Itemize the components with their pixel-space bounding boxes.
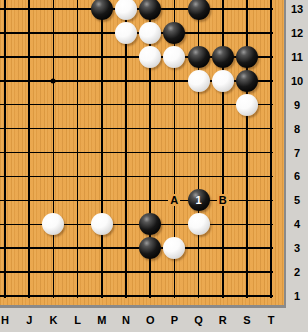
intersection-P5[interactable]: A (162, 188, 186, 212)
intersection-M5[interactable] (90, 188, 114, 212)
intersection-Q1[interactable] (186, 284, 210, 308)
intersection-M11[interactable] (90, 45, 114, 69)
intersection-T4[interactable] (259, 212, 283, 236)
black-stone-R11 (212, 46, 234, 68)
intersection-L7[interactable] (65, 140, 89, 164)
intersection-S6[interactable] (235, 164, 259, 188)
intersection-J5[interactable] (17, 188, 41, 212)
intersection-J12[interactable] (17, 21, 41, 45)
intersection-S1[interactable] (235, 284, 259, 308)
intersection-M9[interactable] (90, 93, 114, 117)
intersection-R12[interactable] (211, 21, 235, 45)
intersection-Q10[interactable] (186, 69, 210, 93)
intersection-R5[interactable]: B (211, 188, 235, 212)
black-stone-Q5: 1 (188, 189, 210, 211)
intersection-P12[interactable] (162, 21, 186, 45)
row-coordinates: 13121110987654321 (286, 0, 308, 332)
intersection-M6[interactable] (90, 164, 114, 188)
intersection-L3[interactable] (65, 236, 89, 260)
intersection-L10[interactable] (65, 69, 89, 93)
row-label-11: 11 (286, 51, 308, 63)
intersection-O9[interactable] (138, 93, 162, 117)
intersection-L9[interactable] (65, 93, 89, 117)
black-stone-Q13 (188, 0, 210, 20)
intersection-R4[interactable] (211, 212, 235, 236)
intersection-L1[interactable] (65, 284, 89, 308)
intersection-S9[interactable] (235, 93, 259, 117)
intersection-P10[interactable] (162, 69, 186, 93)
intersection-T7[interactable] (259, 140, 283, 164)
intersection-K2[interactable] (41, 260, 65, 284)
column-label-H: H (1, 313, 9, 329)
intersection-R13[interactable] (211, 0, 235, 21)
black-stone-Q11 (188, 46, 210, 68)
row-label-1: 1 (286, 290, 308, 302)
intersection-K11[interactable] (41, 45, 65, 69)
intersection-O11[interactable] (138, 45, 162, 69)
intersection-L8[interactable] (65, 117, 89, 141)
intersection-S12[interactable] (235, 21, 259, 45)
intersection-Q5[interactable]: 1 (186, 188, 210, 212)
intersection-Q9[interactable] (186, 93, 210, 117)
intersection-J8[interactable] (17, 117, 41, 141)
intersection-N6[interactable] (114, 164, 138, 188)
intersection-L12[interactable] (65, 21, 89, 45)
intersection-O7[interactable] (138, 140, 162, 164)
intersection-H13[interactable] (0, 0, 17, 21)
intersection-K4[interactable] (41, 212, 65, 236)
black-stone-O3 (139, 237, 161, 259)
column-label-K: K (49, 313, 57, 329)
intersection-M7[interactable] (90, 140, 114, 164)
intersection-S8[interactable] (235, 117, 259, 141)
intersection-O2[interactable] (138, 260, 162, 284)
intersection-P8[interactable] (162, 117, 186, 141)
intersection-H6[interactable] (0, 164, 17, 188)
intersection-H2[interactable] (0, 260, 17, 284)
intersection-M2[interactable] (90, 260, 114, 284)
white-stone-Q4 (188, 213, 210, 235)
intersection-N13[interactable] (114, 0, 138, 21)
intersection-R8[interactable] (211, 117, 235, 141)
intersection-L6[interactable] (65, 164, 89, 188)
intersection-N7[interactable] (114, 140, 138, 164)
intersection-P4[interactable] (162, 212, 186, 236)
intersection-J11[interactable] (17, 45, 41, 69)
intersection-T12[interactable] (259, 21, 283, 45)
intersection-T11[interactable] (259, 45, 283, 69)
intersection-O8[interactable] (138, 117, 162, 141)
row-label-6: 6 (286, 170, 308, 182)
point-label-A: A (168, 194, 180, 206)
point-label-B: B (217, 194, 229, 206)
intersection-L4[interactable] (65, 212, 89, 236)
intersection-K5[interactable] (41, 188, 65, 212)
white-stone-P3 (163, 237, 185, 259)
black-stone-S11 (236, 46, 258, 68)
intersection-H9[interactable] (0, 93, 17, 117)
intersection-Q11[interactable] (186, 45, 210, 69)
row-label-2: 2 (286, 266, 308, 278)
black-stone-O13 (139, 0, 161, 20)
intersection-K1[interactable] (41, 284, 65, 308)
intersection-H3[interactable] (0, 236, 17, 260)
black-stone-M13 (91, 0, 113, 20)
intersection-O10[interactable] (138, 69, 162, 93)
column-label-P: P (171, 313, 178, 329)
intersection-S11[interactable] (235, 45, 259, 69)
black-stone-O4 (139, 213, 161, 235)
intersection-S7[interactable] (235, 140, 259, 164)
row-label-4: 4 (286, 218, 308, 230)
intersections-grid: A1B (0, 0, 283, 308)
intersection-N3[interactable] (114, 236, 138, 260)
column-label-M: M (97, 313, 106, 329)
row-label-5: 5 (286, 194, 308, 206)
intersection-T1[interactable] (259, 284, 283, 308)
intersection-O4[interactable] (138, 212, 162, 236)
intersection-N5[interactable] (114, 188, 138, 212)
white-stone-P11 (163, 46, 185, 68)
intersection-R9[interactable] (211, 93, 235, 117)
intersection-J7[interactable] (17, 140, 41, 164)
intersection-K12[interactable] (41, 21, 65, 45)
intersection-S2[interactable] (235, 260, 259, 284)
column-label-Q: Q (194, 313, 203, 329)
white-stone-K4 (42, 213, 64, 235)
column-label-J: J (26, 313, 32, 329)
intersection-T3[interactable] (259, 236, 283, 260)
intersection-R11[interactable] (211, 45, 235, 69)
intersection-O5[interactable] (138, 188, 162, 212)
intersection-R2[interactable] (211, 260, 235, 284)
white-stone-O12 (139, 22, 161, 44)
row-label-13: 13 (286, 3, 308, 15)
column-label-S: S (243, 313, 250, 329)
intersection-J9[interactable] (17, 93, 41, 117)
intersection-S10[interactable] (235, 69, 259, 93)
intersection-H1[interactable] (0, 284, 17, 308)
intersection-H4[interactable] (0, 212, 17, 236)
white-stone-N12 (115, 22, 137, 44)
intersection-N4[interactable] (114, 212, 138, 236)
intersection-N9[interactable] (114, 93, 138, 117)
intersection-H10[interactable] (0, 69, 17, 93)
intersection-T13[interactable] (259, 0, 283, 21)
column-label-O: O (146, 313, 155, 329)
intersection-L13[interactable] (65, 0, 89, 21)
white-stone-N13 (115, 0, 137, 20)
intersection-Q2[interactable] (186, 260, 210, 284)
go-board[interactable]: A1B (0, 0, 286, 308)
black-stone-S10 (236, 70, 258, 92)
intersection-T5[interactable] (259, 188, 283, 212)
white-stone-R10 (212, 70, 234, 92)
intersection-M4[interactable] (90, 212, 114, 236)
go-diagram-panel: A1B 13121110987654321 HJKLMNOPQRST (0, 0, 308, 332)
intersection-K10[interactable] (41, 69, 65, 93)
intersection-K6[interactable] (41, 164, 65, 188)
intersection-M8[interactable] (90, 117, 114, 141)
intersection-Q4[interactable] (186, 212, 210, 236)
white-stone-Q10 (188, 70, 210, 92)
intersection-O13[interactable] (138, 0, 162, 21)
intersection-Q3[interactable] (186, 236, 210, 260)
white-stone-O11 (139, 46, 161, 68)
intersection-P6[interactable] (162, 164, 186, 188)
intersection-K13[interactable] (41, 0, 65, 21)
intersection-K3[interactable] (41, 236, 65, 260)
intersection-Q12[interactable] (186, 21, 210, 45)
intersection-T10[interactable] (259, 69, 283, 93)
intersection-M13[interactable] (90, 0, 114, 21)
column-label-R: R (219, 313, 227, 329)
intersection-N8[interactable] (114, 117, 138, 141)
intersection-L11[interactable] (65, 45, 89, 69)
column-coordinates: HJKLMNOPQRST (0, 313, 308, 332)
intersection-J2[interactable] (17, 260, 41, 284)
row-label-8: 8 (286, 123, 308, 135)
intersection-M12[interactable] (90, 21, 114, 45)
intersection-Q13[interactable] (186, 0, 210, 21)
intersection-H11[interactable] (0, 45, 17, 69)
intersection-Q8[interactable] (186, 117, 210, 141)
intersection-P11[interactable] (162, 45, 186, 69)
intersection-J6[interactable] (17, 164, 41, 188)
intersection-J10[interactable] (17, 69, 41, 93)
intersection-O6[interactable] (138, 164, 162, 188)
intersection-K9[interactable] (41, 93, 65, 117)
row-label-7: 7 (286, 147, 308, 159)
intersection-J1[interactable] (17, 284, 41, 308)
intersection-S5[interactable] (235, 188, 259, 212)
intersection-H5[interactable] (0, 188, 17, 212)
intersection-O1[interactable] (138, 284, 162, 308)
intersection-T8[interactable] (259, 117, 283, 141)
intersection-P13[interactable] (162, 0, 186, 21)
intersection-Q6[interactable] (186, 164, 210, 188)
intersection-R7[interactable] (211, 140, 235, 164)
intersection-T9[interactable] (259, 93, 283, 117)
intersection-S4[interactable] (235, 212, 259, 236)
intersection-J13[interactable] (17, 0, 41, 21)
intersection-N10[interactable] (114, 69, 138, 93)
white-stone-M4 (91, 213, 113, 235)
row-label-9: 9 (286, 99, 308, 111)
intersection-J4[interactable] (17, 212, 41, 236)
intersection-K8[interactable] (41, 117, 65, 141)
intersection-H8[interactable] (0, 117, 17, 141)
row-label-10: 10 (286, 75, 308, 87)
white-stone-S9 (236, 94, 258, 116)
intersection-P1[interactable] (162, 284, 186, 308)
intersection-H12[interactable] (0, 21, 17, 45)
intersection-M3[interactable] (90, 236, 114, 260)
intersection-T6[interactable] (259, 164, 283, 188)
intersection-S13[interactable] (235, 0, 259, 21)
column-label-N: N (122, 313, 130, 329)
intersection-P9[interactable] (162, 93, 186, 117)
column-label-L: L (74, 313, 81, 329)
row-label-12: 12 (286, 27, 308, 39)
intersection-O12[interactable] (138, 21, 162, 45)
star-point-K10 (51, 78, 56, 83)
intersection-H7[interactable] (0, 140, 17, 164)
intersection-R10[interactable] (211, 69, 235, 93)
intersection-O3[interactable] (138, 236, 162, 260)
intersection-N12[interactable] (114, 21, 138, 45)
intersection-L5[interactable] (65, 188, 89, 212)
intersection-S3[interactable] (235, 236, 259, 260)
intersection-Q7[interactable] (186, 140, 210, 164)
intersection-M10[interactable] (90, 69, 114, 93)
row-label-3: 3 (286, 242, 308, 254)
move-number-label-1: 1 (195, 195, 201, 206)
intersection-M1[interactable] (90, 284, 114, 308)
intersection-R6[interactable] (211, 164, 235, 188)
intersection-N2[interactable] (114, 260, 138, 284)
intersection-T2[interactable] (259, 260, 283, 284)
intersection-L2[interactable] (65, 260, 89, 284)
intersection-R1[interactable] (211, 284, 235, 308)
intersection-P7[interactable] (162, 140, 186, 164)
intersection-K7[interactable] (41, 140, 65, 164)
intersection-P3[interactable] (162, 236, 186, 260)
intersection-N11[interactable] (114, 45, 138, 69)
column-label-T: T (268, 313, 275, 329)
intersection-P2[interactable] (162, 260, 186, 284)
intersection-R3[interactable] (211, 236, 235, 260)
intersection-N1[interactable] (114, 284, 138, 308)
intersection-J3[interactable] (17, 236, 41, 260)
black-stone-P12 (163, 22, 185, 44)
